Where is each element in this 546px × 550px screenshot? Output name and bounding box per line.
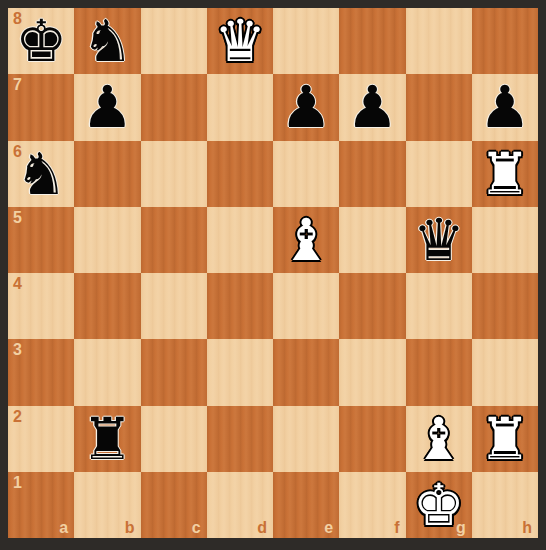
rank-label-3: 3 — [13, 341, 22, 359]
square-a7[interactable]: 7 — [8, 74, 74, 140]
square-g3[interactable] — [406, 339, 472, 405]
square-g6[interactable] — [406, 141, 472, 207]
square-h3[interactable] — [472, 339, 538, 405]
square-b8[interactable]: ♞ — [74, 8, 140, 74]
square-b2[interactable]: ♜ — [74, 406, 140, 472]
square-b6[interactable] — [74, 141, 140, 207]
square-b5[interactable] — [74, 207, 140, 273]
square-c4[interactable] — [141, 273, 207, 339]
black-pawn-h7[interactable]: ♟ — [479, 78, 531, 136]
white-queen-d8[interactable]: ♛ — [214, 12, 266, 70]
white-bishop-e5[interactable]: ♝ — [280, 211, 332, 269]
square-f7[interactable]: ♟ — [339, 74, 405, 140]
square-e2[interactable] — [273, 406, 339, 472]
file-label-c: c — [192, 519, 201, 537]
square-h5[interactable] — [472, 207, 538, 273]
rank-label-4: 4 — [13, 275, 22, 293]
square-d2[interactable] — [207, 406, 273, 472]
rank-label-7: 7 — [13, 76, 22, 94]
chess-board-frame: 8♚♞♛7♟♟♟♟6♞♜5♝♛432♜♝♜1abcdefg♚h — [0, 0, 546, 550]
square-d7[interactable] — [207, 74, 273, 140]
black-pawn-b7[interactable]: ♟ — [81, 78, 133, 136]
square-g2[interactable]: ♝ — [406, 406, 472, 472]
square-e6[interactable] — [273, 141, 339, 207]
square-a4[interactable]: 4 — [8, 273, 74, 339]
square-e7[interactable]: ♟ — [273, 74, 339, 140]
square-f6[interactable] — [339, 141, 405, 207]
square-d4[interactable] — [207, 273, 273, 339]
square-c7[interactable] — [141, 74, 207, 140]
square-d5[interactable] — [207, 207, 273, 273]
square-c3[interactable] — [141, 339, 207, 405]
black-queen-g5[interactable]: ♛ — [413, 211, 465, 269]
file-label-b: b — [125, 519, 135, 537]
square-h4[interactable] — [472, 273, 538, 339]
white-rook-h6[interactable]: ♜ — [479, 145, 531, 203]
black-pawn-e7[interactable]: ♟ — [280, 78, 332, 136]
square-d6[interactable] — [207, 141, 273, 207]
square-d1[interactable]: d — [207, 472, 273, 538]
square-f2[interactable] — [339, 406, 405, 472]
square-b4[interactable] — [74, 273, 140, 339]
square-d3[interactable] — [207, 339, 273, 405]
square-a2[interactable]: 2 — [8, 406, 74, 472]
square-h8[interactable] — [472, 8, 538, 74]
square-h7[interactable]: ♟ — [472, 74, 538, 140]
square-c6[interactable] — [141, 141, 207, 207]
square-c1[interactable]: c — [141, 472, 207, 538]
square-f4[interactable] — [339, 273, 405, 339]
file-label-a: a — [59, 519, 68, 537]
square-c8[interactable] — [141, 8, 207, 74]
square-c2[interactable] — [141, 406, 207, 472]
chess-board: 8♚♞♛7♟♟♟♟6♞♜5♝♛432♜♝♜1abcdefg♚h — [8, 8, 538, 538]
square-e8[interactable] — [273, 8, 339, 74]
square-c5[interactable] — [141, 207, 207, 273]
black-king-a8[interactable]: ♚ — [15, 12, 67, 70]
square-f8[interactable] — [339, 8, 405, 74]
square-a1[interactable]: 1a — [8, 472, 74, 538]
square-h2[interactable]: ♜ — [472, 406, 538, 472]
square-f5[interactable] — [339, 207, 405, 273]
black-knight-a6[interactable]: ♞ — [15, 145, 67, 203]
square-f3[interactable] — [339, 339, 405, 405]
square-e3[interactable] — [273, 339, 339, 405]
square-g4[interactable] — [406, 273, 472, 339]
square-h6[interactable]: ♜ — [472, 141, 538, 207]
black-rook-b2[interactable]: ♜ — [81, 410, 133, 468]
square-a6[interactable]: 6♞ — [8, 141, 74, 207]
rank-label-2: 2 — [13, 408, 22, 426]
square-a3[interactable]: 3 — [8, 339, 74, 405]
square-d8[interactable]: ♛ — [207, 8, 273, 74]
square-b7[interactable]: ♟ — [74, 74, 140, 140]
square-e5[interactable]: ♝ — [273, 207, 339, 273]
square-g8[interactable] — [406, 8, 472, 74]
black-pawn-f7[interactable]: ♟ — [346, 78, 398, 136]
white-king-g1[interactable]: ♚ — [413, 476, 465, 534]
square-g1[interactable]: g♚ — [406, 472, 472, 538]
square-b3[interactable] — [74, 339, 140, 405]
white-bishop-g2[interactable]: ♝ — [413, 410, 465, 468]
square-e4[interactable] — [273, 273, 339, 339]
file-label-e: e — [324, 519, 333, 537]
file-label-h: h — [522, 519, 532, 537]
white-rook-h2[interactable]: ♜ — [479, 410, 531, 468]
square-h1[interactable]: h — [472, 472, 538, 538]
square-e1[interactable]: e — [273, 472, 339, 538]
rank-label-1: 1 — [13, 474, 22, 492]
black-knight-b8[interactable]: ♞ — [81, 12, 133, 70]
rank-label-5: 5 — [13, 209, 22, 227]
square-b1[interactable]: b — [74, 472, 140, 538]
file-label-d: d — [257, 519, 267, 537]
square-g7[interactable] — [406, 74, 472, 140]
square-f1[interactable]: f — [339, 472, 405, 538]
file-label-f: f — [394, 519, 399, 537]
square-a8[interactable]: 8♚ — [8, 8, 74, 74]
square-a5[interactable]: 5 — [8, 207, 74, 273]
square-g5[interactable]: ♛ — [406, 207, 472, 273]
